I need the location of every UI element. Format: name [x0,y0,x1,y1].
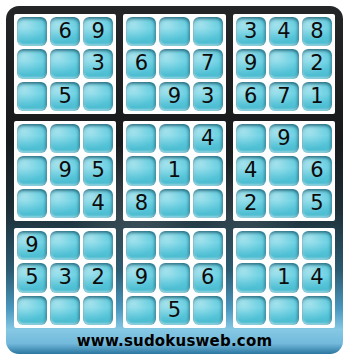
cell-r2c1[interactable] [17,49,47,78]
cell-r7c2[interactable] [50,231,80,260]
cell-r3c7[interactable]: 6 [236,82,266,111]
cell-r9c7[interactable] [236,296,266,325]
cell-r5c9[interactable]: 6 [302,156,332,185]
cell-r1c4[interactable] [126,17,156,46]
cell-r7c7[interactable] [236,231,266,260]
cell-r2c7[interactable]: 9 [236,49,266,78]
cell-r7c4[interactable] [126,231,156,260]
box-2-2: 418 [123,121,225,221]
cell-r4c8[interactable]: 9 [269,124,299,153]
cell-r5c6[interactable] [193,156,223,185]
cell-r7c8[interactable] [269,231,299,260]
cell-r8c1[interactable]: 5 [17,263,47,292]
cell-r8c8[interactable]: 1 [269,263,299,292]
cell-r1c7[interactable]: 3 [236,17,266,46]
site-url: www.sudokusweb.com [6,328,343,354]
cell-r7c5[interactable] [159,231,189,260]
cell-r7c1[interactable]: 9 [17,231,47,260]
cell-r2c9[interactable]: 2 [302,49,332,78]
cell-r4c2[interactable] [50,124,80,153]
cell-r2c8[interactable] [269,49,299,78]
cell-r4c6[interactable]: 4 [193,124,223,153]
cell-r2c4[interactable]: 6 [126,49,156,78]
cell-r8c2[interactable]: 3 [50,263,80,292]
cell-r6c7[interactable]: 2 [236,189,266,218]
cell-r7c6[interactable] [193,231,223,260]
box-1-2: 6793 [123,14,225,114]
cell-r6c8[interactable] [269,189,299,218]
cell-r4c3[interactable] [83,124,113,153]
box-1-1: 6935 [14,14,116,114]
cell-r5c7[interactable]: 4 [236,156,266,185]
cell-r2c3[interactable]: 3 [83,49,113,78]
cell-r6c1[interactable] [17,189,47,218]
cell-r7c9[interactable] [302,231,332,260]
box-2-1: 954 [14,121,116,221]
box-3-1: 9532 [14,228,116,328]
cell-r2c6[interactable]: 7 [193,49,223,78]
cell-r1c1[interactable] [17,17,47,46]
box-3-3: 14 [233,228,335,328]
cell-r8c6[interactable]: 6 [193,263,223,292]
cell-r7c3[interactable] [83,231,113,260]
cell-r1c9[interactable]: 8 [302,17,332,46]
cell-r9c5[interactable]: 5 [159,296,189,325]
cell-r3c1[interactable] [17,82,47,111]
cell-r3c4[interactable] [126,82,156,111]
cell-r4c5[interactable] [159,124,189,153]
cell-r1c3[interactable]: 9 [83,17,113,46]
cell-r6c2[interactable] [50,189,80,218]
cell-r8c3[interactable]: 2 [83,263,113,292]
cell-r3c3[interactable] [83,82,113,111]
cell-r4c9[interactable] [302,124,332,153]
cell-r1c5[interactable] [159,17,189,46]
cell-r2c5[interactable] [159,49,189,78]
cell-r9c9[interactable] [302,296,332,325]
cell-r9c3[interactable] [83,296,113,325]
cell-r4c7[interactable] [236,124,266,153]
sudoku-board: 693567933489267195441894625953296514 [14,14,335,328]
cell-r3c9[interactable]: 1 [302,82,332,111]
cell-r8c9[interactable]: 4 [302,263,332,292]
cell-r4c1[interactable] [17,124,47,153]
cell-r5c8[interactable] [269,156,299,185]
cell-r1c6[interactable] [193,17,223,46]
cell-r2c2[interactable] [50,49,80,78]
cell-r9c6[interactable] [193,296,223,325]
sudoku-widget: 693567933489267195441894625953296514 www… [0,0,350,360]
cell-r4c4[interactable] [126,124,156,153]
cell-r9c8[interactable] [269,296,299,325]
box-1-3: 34892671 [233,14,335,114]
cell-r5c1[interactable] [17,156,47,185]
cell-r6c4[interactable]: 8 [126,189,156,218]
cell-r5c5[interactable]: 1 [159,156,189,185]
cell-r5c2[interactable]: 9 [50,156,80,185]
cell-r8c7[interactable] [236,263,266,292]
cell-r3c6[interactable]: 3 [193,82,223,111]
cell-r6c9[interactable]: 5 [302,189,332,218]
cell-r8c4[interactable]: 9 [126,263,156,292]
cell-r6c6[interactable] [193,189,223,218]
cell-r6c3[interactable]: 4 [83,189,113,218]
cell-r8c5[interactable] [159,263,189,292]
cell-r1c2[interactable]: 6 [50,17,80,46]
board-frame: 693567933489267195441894625953296514 www… [6,6,343,354]
cell-r1c8[interactable]: 4 [269,17,299,46]
cell-r5c4[interactable] [126,156,156,185]
box-3-2: 965 [123,228,225,328]
cell-r5c3[interactable]: 5 [83,156,113,185]
cell-r9c4[interactable] [126,296,156,325]
cell-r6c5[interactable] [159,189,189,218]
cell-r3c8[interactable]: 7 [269,82,299,111]
cell-r3c2[interactable]: 5 [50,82,80,111]
cell-r3c5[interactable]: 9 [159,82,189,111]
cell-r9c1[interactable] [17,296,47,325]
box-2-3: 94625 [233,121,335,221]
cell-r9c2[interactable] [50,296,80,325]
